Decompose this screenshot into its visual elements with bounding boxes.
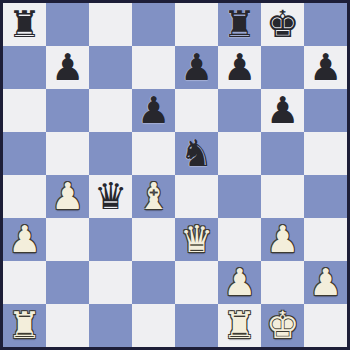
- square-b5[interactable]: [46, 132, 89, 175]
- white-rook[interactable]: ♜: [218, 304, 261, 347]
- square-h7[interactable]: ♟: [304, 46, 347, 89]
- square-d5[interactable]: [132, 132, 175, 175]
- black-rook[interactable]: ♜: [3, 3, 46, 46]
- square-b1[interactable]: [46, 304, 89, 347]
- white-queen[interactable]: ♛: [175, 218, 218, 261]
- square-h1[interactable]: [304, 304, 347, 347]
- square-f1[interactable]: ♜: [218, 304, 261, 347]
- square-a8[interactable]: ♜: [3, 3, 46, 46]
- square-a7[interactable]: [3, 46, 46, 89]
- square-d2[interactable]: [132, 261, 175, 304]
- square-c1[interactable]: [89, 304, 132, 347]
- square-d1[interactable]: [132, 304, 175, 347]
- black-pawn[interactable]: ♟: [132, 89, 175, 132]
- square-g7[interactable]: [261, 46, 304, 89]
- black-queen[interactable]: ♛: [89, 175, 132, 218]
- black-pawn[interactable]: ♟: [175, 46, 218, 89]
- chess-board-frame: ♜♜♚♟♟♟♟♟♟♞♟♛♝♟♛♟♟♟♜♜♚: [0, 0, 350, 350]
- square-b3[interactable]: [46, 218, 89, 261]
- square-a6[interactable]: [3, 89, 46, 132]
- square-g5[interactable]: [261, 132, 304, 175]
- square-f6[interactable]: [218, 89, 261, 132]
- square-b2[interactable]: [46, 261, 89, 304]
- square-c7[interactable]: [89, 46, 132, 89]
- square-f4[interactable]: [218, 175, 261, 218]
- square-e2[interactable]: [175, 261, 218, 304]
- square-g1[interactable]: ♚: [261, 304, 304, 347]
- square-h5[interactable]: [304, 132, 347, 175]
- square-e5[interactable]: ♞: [175, 132, 218, 175]
- square-f7[interactable]: ♟: [218, 46, 261, 89]
- square-g4[interactable]: [261, 175, 304, 218]
- square-e8[interactable]: [175, 3, 218, 46]
- square-a4[interactable]: [3, 175, 46, 218]
- black-rook[interactable]: ♜: [218, 3, 261, 46]
- square-d3[interactable]: [132, 218, 175, 261]
- square-h8[interactable]: [304, 3, 347, 46]
- white-pawn[interactable]: ♟: [3, 218, 46, 261]
- white-pawn[interactable]: ♟: [46, 175, 89, 218]
- square-a1[interactable]: ♜: [3, 304, 46, 347]
- square-g3[interactable]: ♟: [261, 218, 304, 261]
- square-b8[interactable]: [46, 3, 89, 46]
- square-c2[interactable]: [89, 261, 132, 304]
- square-e6[interactable]: [175, 89, 218, 132]
- square-b7[interactable]: ♟: [46, 46, 89, 89]
- square-d8[interactable]: [132, 3, 175, 46]
- square-f3[interactable]: [218, 218, 261, 261]
- square-a2[interactable]: [3, 261, 46, 304]
- black-king[interactable]: ♚: [261, 3, 304, 46]
- black-pawn[interactable]: ♟: [218, 46, 261, 89]
- black-pawn[interactable]: ♟: [46, 46, 89, 89]
- square-c3[interactable]: [89, 218, 132, 261]
- square-g8[interactable]: ♚: [261, 3, 304, 46]
- square-g2[interactable]: [261, 261, 304, 304]
- square-h6[interactable]: [304, 89, 347, 132]
- square-d6[interactable]: ♟: [132, 89, 175, 132]
- square-c5[interactable]: [89, 132, 132, 175]
- square-f8[interactable]: ♜: [218, 3, 261, 46]
- square-f5[interactable]: [218, 132, 261, 175]
- white-king[interactable]: ♚: [261, 304, 304, 347]
- white-bishop[interactable]: ♝: [132, 175, 175, 218]
- square-a5[interactable]: [3, 132, 46, 175]
- square-h3[interactable]: [304, 218, 347, 261]
- square-c4[interactable]: ♛: [89, 175, 132, 218]
- square-e3[interactable]: ♛: [175, 218, 218, 261]
- black-pawn[interactable]: ♟: [261, 89, 304, 132]
- square-e1[interactable]: [175, 304, 218, 347]
- square-b4[interactable]: ♟: [46, 175, 89, 218]
- white-pawn[interactable]: ♟: [261, 218, 304, 261]
- black-pawn[interactable]: ♟: [304, 46, 347, 89]
- square-c6[interactable]: [89, 89, 132, 132]
- square-d4[interactable]: ♝: [132, 175, 175, 218]
- square-h4[interactable]: [304, 175, 347, 218]
- square-c8[interactable]: [89, 3, 132, 46]
- white-pawn[interactable]: ♟: [218, 261, 261, 304]
- square-a3[interactable]: ♟: [3, 218, 46, 261]
- white-rook[interactable]: ♜: [3, 304, 46, 347]
- square-d7[interactable]: [132, 46, 175, 89]
- square-h2[interactable]: ♟: [304, 261, 347, 304]
- black-knight[interactable]: ♞: [175, 132, 218, 175]
- white-pawn[interactable]: ♟: [304, 261, 347, 304]
- square-e4[interactable]: [175, 175, 218, 218]
- square-e7[interactable]: ♟: [175, 46, 218, 89]
- square-b6[interactable]: [46, 89, 89, 132]
- square-f2[interactable]: ♟: [218, 261, 261, 304]
- square-g6[interactable]: ♟: [261, 89, 304, 132]
- chess-board: ♜♜♚♟♟♟♟♟♟♞♟♛♝♟♛♟♟♟♜♜♚: [3, 3, 347, 347]
